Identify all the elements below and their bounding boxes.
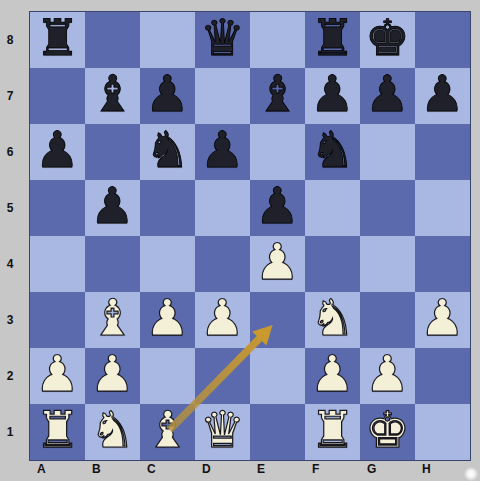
piece-white-bishop[interactable]: ♝ xyxy=(90,290,135,346)
square-g5[interactable] xyxy=(360,180,415,236)
square-h4[interactable] xyxy=(415,236,470,292)
square-d1[interactable]: ♛ xyxy=(195,404,250,460)
square-f7[interactable]: ♟ xyxy=(305,68,360,124)
file-label-b: B xyxy=(85,462,140,476)
square-c2[interactable] xyxy=(140,348,195,404)
square-g8[interactable]: ♚ xyxy=(360,12,415,68)
piece-white-pawn[interactable]: ♟ xyxy=(35,346,80,402)
piece-black-pawn[interactable]: ♟ xyxy=(35,122,80,178)
square-a8[interactable]: ♜ xyxy=(30,12,85,68)
square-b2[interactable]: ♟ xyxy=(85,348,140,404)
piece-black-rook[interactable]: ♜ xyxy=(35,10,80,66)
square-f1[interactable]: ♜ xyxy=(305,404,360,460)
piece-white-queen[interactable]: ♛ xyxy=(200,402,245,458)
piece-white-pawn[interactable]: ♟ xyxy=(200,290,245,346)
square-c1[interactable]: ♝ xyxy=(140,404,195,460)
square-d6[interactable]: ♟ xyxy=(195,124,250,180)
file-label-e: E xyxy=(250,462,305,476)
square-c8[interactable] xyxy=(140,12,195,68)
square-h3[interactable]: ♟ xyxy=(415,292,470,348)
square-b3[interactable]: ♝ xyxy=(85,292,140,348)
file-label-h: H xyxy=(415,462,470,476)
file-label-f: F xyxy=(305,462,360,476)
piece-black-pawn[interactable]: ♟ xyxy=(200,122,245,178)
rank-label-2: 2 xyxy=(0,348,20,404)
square-c5[interactable] xyxy=(140,180,195,236)
square-h5[interactable] xyxy=(415,180,470,236)
square-b6[interactable] xyxy=(85,124,140,180)
piece-white-pawn[interactable]: ♟ xyxy=(420,290,465,346)
square-f8[interactable]: ♜ xyxy=(305,12,360,68)
square-c7[interactable]: ♟ xyxy=(140,68,195,124)
square-f3[interactable]: ♞ xyxy=(305,292,360,348)
square-a6[interactable]: ♟ xyxy=(30,124,85,180)
square-e4[interactable]: ♟ xyxy=(250,236,305,292)
rank-labels: 87654321 xyxy=(0,12,28,460)
square-b4[interactable] xyxy=(85,236,140,292)
rank-label-6: 6 xyxy=(0,124,20,180)
file-label-d: D xyxy=(195,462,250,476)
piece-black-pawn[interactable]: ♟ xyxy=(310,66,355,122)
piece-white-pawn[interactable]: ♟ xyxy=(255,234,300,290)
piece-black-bishop[interactable]: ♝ xyxy=(90,66,135,122)
square-a2[interactable]: ♟ xyxy=(30,348,85,404)
square-e8[interactable] xyxy=(250,12,305,68)
file-label-c: C xyxy=(140,462,195,476)
rank-label-3: 3 xyxy=(0,292,20,348)
corner-dot-icon xyxy=(464,467,478,481)
piece-black-pawn[interactable]: ♟ xyxy=(90,178,135,234)
rank-label-5: 5 xyxy=(0,180,20,236)
piece-black-bishop[interactable]: ♝ xyxy=(255,66,300,122)
square-d7[interactable] xyxy=(195,68,250,124)
rank-label-7: 7 xyxy=(0,68,20,124)
square-g3[interactable] xyxy=(360,292,415,348)
square-a5[interactable] xyxy=(30,180,85,236)
square-e2[interactable] xyxy=(250,348,305,404)
square-g4[interactable] xyxy=(360,236,415,292)
square-d8[interactable]: ♛ xyxy=(195,12,250,68)
square-e7[interactable]: ♝ xyxy=(250,68,305,124)
piece-black-king[interactable]: ♚ xyxy=(365,10,410,66)
square-f4[interactable] xyxy=(305,236,360,292)
piece-black-rook[interactable]: ♜ xyxy=(310,10,355,66)
piece-black-queen[interactable]: ♛ xyxy=(200,10,245,66)
square-a7[interactable] xyxy=(30,68,85,124)
square-d3[interactable]: ♟ xyxy=(195,292,250,348)
square-d4[interactable] xyxy=(195,236,250,292)
chess-board: ♜♛♜♚♝♟♝♟♟♟♟♞♟♞♟♟♟♝♟♟♞♟♟♟♟♟♜♞♝♛♜♚ xyxy=(29,11,471,461)
square-f2[interactable]: ♟ xyxy=(305,348,360,404)
square-d2[interactable] xyxy=(195,348,250,404)
piece-white-king[interactable]: ♚ xyxy=(365,402,410,458)
square-a4[interactable] xyxy=(30,236,85,292)
square-h1[interactable] xyxy=(415,404,470,460)
square-c6[interactable]: ♞ xyxy=(140,124,195,180)
piece-white-pawn[interactable]: ♟ xyxy=(145,290,190,346)
square-e3[interactable] xyxy=(250,292,305,348)
chess-board-panel: 87654321 ♜♛♜♚♝♟♝♟♟♟♟♞♟♞♟♟♟♝♟♟♞♟♟♟♟♟♜♞♝♛♜… xyxy=(0,0,480,481)
square-g2[interactable]: ♟ xyxy=(360,348,415,404)
square-c3[interactable]: ♟ xyxy=(140,292,195,348)
square-d5[interactable] xyxy=(195,180,250,236)
piece-black-pawn[interactable]: ♟ xyxy=(365,66,410,122)
rank-label-1: 1 xyxy=(0,404,20,460)
file-label-a: A xyxy=(30,462,85,476)
piece-white-knight[interactable]: ♞ xyxy=(310,290,355,346)
piece-black-knight[interactable]: ♞ xyxy=(145,122,190,178)
piece-white-pawn[interactable]: ♟ xyxy=(90,346,135,402)
piece-white-rook[interactable]: ♜ xyxy=(35,402,80,458)
piece-black-pawn[interactable]: ♟ xyxy=(145,66,190,122)
piece-white-rook[interactable]: ♜ xyxy=(310,402,355,458)
rank-label-8: 8 xyxy=(0,12,20,68)
file-labels: ABCDEFGH xyxy=(30,462,470,476)
piece-black-pawn[interactable]: ♟ xyxy=(420,66,465,122)
square-h8[interactable] xyxy=(415,12,470,68)
square-b1[interactable]: ♞ xyxy=(85,404,140,460)
rank-label-4: 4 xyxy=(0,236,20,292)
square-h7[interactable]: ♟ xyxy=(415,68,470,124)
file-label-g: G xyxy=(360,462,415,476)
square-a3[interactable] xyxy=(30,292,85,348)
square-e6[interactable] xyxy=(250,124,305,180)
square-e5[interactable]: ♟ xyxy=(250,180,305,236)
piece-black-knight[interactable]: ♞ xyxy=(310,122,355,178)
square-f6[interactable]: ♞ xyxy=(305,124,360,180)
square-b7[interactable]: ♝ xyxy=(85,68,140,124)
square-a1[interactable]: ♜ xyxy=(30,404,85,460)
square-h6[interactable] xyxy=(415,124,470,180)
square-h2[interactable] xyxy=(415,348,470,404)
square-f5[interactable] xyxy=(305,180,360,236)
piece-white-pawn[interactable]: ♟ xyxy=(365,346,410,402)
square-g6[interactable] xyxy=(360,124,415,180)
square-e1[interactable] xyxy=(250,404,305,460)
piece-black-pawn[interactable]: ♟ xyxy=(255,178,300,234)
square-b5[interactable]: ♟ xyxy=(85,180,140,236)
square-g7[interactable]: ♟ xyxy=(360,68,415,124)
piece-white-pawn[interactable]: ♟ xyxy=(310,346,355,402)
square-g1[interactable]: ♚ xyxy=(360,404,415,460)
square-b8[interactable] xyxy=(85,12,140,68)
piece-white-knight[interactable]: ♞ xyxy=(90,402,135,458)
square-c4[interactable] xyxy=(140,236,195,292)
piece-white-bishop[interactable]: ♝ xyxy=(145,402,190,458)
